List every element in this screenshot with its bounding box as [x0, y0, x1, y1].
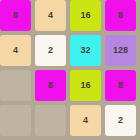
tile-128: 128: [105, 35, 136, 66]
tile-value: 4: [83, 116, 88, 125]
empty-cell: [0, 70, 31, 101]
tile-value: 8: [13, 11, 18, 20]
tile-value: 2: [118, 116, 123, 125]
tile-value: 32: [80, 46, 90, 55]
tile-value: 8: [48, 81, 53, 90]
tile-8: 8: [105, 70, 136, 101]
tile-4: 4: [0, 35, 31, 66]
tile-8: 8: [105, 0, 136, 31]
tile-value: 128: [113, 46, 128, 55]
tile-value: 4: [13, 46, 18, 55]
tile-2: 2: [105, 105, 136, 136]
tile-4: 4: [70, 105, 101, 136]
2048-board[interactable]: 841684232128816842: [0, 0, 140, 140]
tile-16: 16: [70, 70, 101, 101]
tile-4: 4: [35, 0, 66, 31]
tile-value: 16: [80, 11, 90, 20]
tile-32: 32: [70, 35, 101, 66]
tile-value: 8: [118, 11, 123, 20]
tile-value: 16: [80, 81, 90, 90]
tile-2: 2: [35, 35, 66, 66]
tile-8: 8: [0, 0, 31, 31]
tile-value: 2: [48, 46, 53, 55]
tile-value: 4: [48, 11, 53, 20]
empty-cell: [35, 105, 66, 136]
tile-16: 16: [70, 0, 101, 31]
tile-8: 8: [35, 70, 66, 101]
empty-cell: [0, 105, 31, 136]
tile-value: 8: [118, 81, 123, 90]
